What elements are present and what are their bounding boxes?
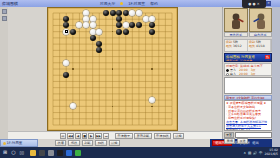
button-⏮[interactable]: ⏮ <box>60 133 66 139</box>
goban[interactable] <box>47 7 178 131</box>
board-controls: ⏮◀◀◀■▶▶▶⏭ 申请数子形势判断申请和棋认输 <box>8 131 222 139</box>
button-◀[interactable]: ◀ <box>75 133 80 139</box>
taskbar-left: ⊞ ○ ▯▯ <box>3 147 24 158</box>
white-player-name[interactable]: 白方棋手 <box>249 32 273 37</box>
black-stone <box>90 35 96 41</box>
room-tab-icon <box>3 142 6 145</box>
clock-date: 2021/6/5 <box>265 153 278 157</box>
black-player-card: 黑方棋手 <box>224 8 248 37</box>
player-cards: 黑方棋手 白方棋手 <box>224 8 272 37</box>
system-tray: ∧ ▤ 🔊 中 15:02 2021/6/5 <box>243 147 278 158</box>
white-stone <box>83 10 89 16</box>
white-byoyomi: 3次 <box>251 72 256 76</box>
button-认输[interactable]: 认输 <box>109 140 120 146</box>
file-explorer[interactable] <box>30 150 36 156</box>
black-stone <box>123 10 129 16</box>
move-list-panel[interactable] <box>224 77 272 94</box>
task-view-icon[interactable]: ▯▯ <box>20 147 24 158</box>
search-icon[interactable]: ○ <box>11 147 15 158</box>
game-action-buttons: 申请数子形势判断申请和棋认输 <box>115 133 184 139</box>
button-申请和棋[interactable]: 申请和棋 <box>154 133 172 139</box>
button-◀◀[interactable]: ◀◀ <box>67 133 75 139</box>
black-stone <box>116 29 122 35</box>
secondary-buttons: 棋谱悔棋判断和棋认输 <box>55 140 120 146</box>
move-navigation: ⏮◀◀◀■▶▶▶⏭ <box>60 133 109 139</box>
ime-indicator[interactable]: 中 <box>259 151 263 155</box>
taskbar: ⊞ ○ ▯▯ ∧ ▤ 🔊 中 15:02 2021/6/5 <box>0 147 280 158</box>
network-icon[interactable]: ▤ <box>248 151 251 155</box>
button-棋谱[interactable]: 棋谱 <box>55 140 66 146</box>
black-player-name[interactable]: 黑方棋手 <box>224 32 248 37</box>
tray-chevron-icon[interactable]: ∧ <box>243 151 246 155</box>
button-判断[interactable]: 判断 <box>82 140 93 146</box>
button-申请数子[interactable]: 申请数子 <box>115 133 133 139</box>
button-▶[interactable]: ▶ <box>88 133 93 139</box>
star-point <box>151 106 153 108</box>
menu-room[interactable]: 1F:对局室 <box>128 1 145 6</box>
menu-lobby[interactable]: 对局大厅 <box>100 1 115 6</box>
app-blue[interactable] <box>66 150 72 156</box>
close-button[interactable]: ✕ <box>266 1 271 6</box>
black-stone <box>123 29 129 35</box>
start-button[interactable]: ⊞ <box>3 147 7 158</box>
black-stone <box>149 29 155 35</box>
room-tab-label: 1F:对局室 <box>7 141 23 145</box>
button-⏭[interactable]: ⏭ <box>103 133 109 139</box>
ad-line2: 精彩好礼 等你来拿 <box>226 59 271 63</box>
room-tab[interactable]: 1F:对局室 <box>0 139 38 147</box>
game-status: 对局信息: 第48手 白方已下 黑方 20:00 3次 白方 20:00 3次 <box>224 63 272 76</box>
player-stats: 级别 5段 胜负 36/12 级别 5段 胜负 41/18 <box>224 39 272 52</box>
chat-buttons: 表情 发送 <box>224 138 248 144</box>
window-title: 弈城围棋 <box>2 1 18 6</box>
emote-button[interactable]: 表情 <box>224 138 235 144</box>
black-record-label: 胜负 <box>226 44 232 48</box>
titlebar: 弈城围棋 对局大厅 1F:对局室 帮助 — □ ✕ <box>0 0 280 7</box>
black-stone <box>110 10 116 16</box>
black-stone <box>103 10 109 16</box>
desktop-icon-rail <box>272 7 280 147</box>
menu-help[interactable]: 帮助 <box>150 1 158 6</box>
black-record: 36/12 <box>233 44 242 48</box>
chat-line: 当前观战人数: 1人 <box>226 129 270 131</box>
white-record-label: 胜负 <box>249 44 255 48</box>
app-black[interactable] <box>57 150 63 156</box>
black-stone <box>70 29 76 35</box>
chat-messages[interactable]: ★ 欢迎来到弈城围棋对局室 ★· 请各位棋友文明观战· 对局中请勿妨碍棋手思考·… <box>224 100 272 131</box>
taskbar-apps <box>30 150 81 156</box>
menu-bar: 对局大厅 1F:对局室 帮助 <box>100 0 158 7</box>
button-▶▶[interactable]: ▶▶ <box>95 133 103 139</box>
button-认输[interactable]: 认输 <box>173 133 184 139</box>
white-stone <box>90 29 96 35</box>
white-time: 20:00 <box>239 72 248 76</box>
speaker-icon[interactable]: 🔊 <box>253 151 257 155</box>
button-形势判断[interactable]: 形势判断 <box>134 133 152 139</box>
white-stone <box>90 16 96 22</box>
white-time-label: 白方 <box>230 72 236 76</box>
button-和棋[interactable]: 和棋 <box>95 140 106 146</box>
tool-icon[interactable] <box>2 16 7 21</box>
white-time-row: 白方 20:00 3次 <box>225 72 271 76</box>
sidebar: 黑方棋手 白方棋手 级别 5段 胜负 36/12 级别 5段 <box>222 7 272 139</box>
white-stone <box>96 29 102 35</box>
white-avatar <box>249 8 273 32</box>
clock[interactable]: 15:02 2021/6/5 <box>265 149 278 156</box>
tool-icon[interactable] <box>2 9 7 14</box>
star-point <box>151 68 153 70</box>
white-player-card: 白方棋手 <box>249 8 273 37</box>
white-stone <box>136 10 142 16</box>
app-dark[interactable] <box>39 150 45 156</box>
star-point <box>72 68 74 70</box>
ad-banner[interactable]: 弈城围棋 对局直播 精彩好礼 等你来拿 热 <box>224 53 272 62</box>
ad-badge: 热 <box>265 55 270 59</box>
white-stats: 级别 5段 胜负 41/18 <box>248 40 271 51</box>
black-stats: 级别 5段 胜负 36/12 <box>225 40 248 51</box>
navy-item-exit[interactable]: 退出 <box>252 141 259 145</box>
send-button[interactable]: 发送 <box>237 138 248 144</box>
black-stone-icon <box>226 69 229 72</box>
screen: 弈城围棋 对局大厅 1F:对局室 帮助 — □ ✕ ● ● ✕ ⏮◀◀◀■▶▶▶… <box>0 0 280 158</box>
white-stone <box>143 16 149 22</box>
room-status-icon <box>120 2 123 5</box>
black-avatar <box>224 8 248 32</box>
notification-popup[interactable]: ● ● ✕ <box>242 0 266 8</box>
app-gray[interactable] <box>48 150 54 156</box>
left-toolbar <box>0 7 8 139</box>
chat-input[interactable] <box>235 132 272 138</box>
white-record: 41/18 <box>256 44 265 48</box>
white-stone <box>63 29 69 35</box>
white-stone <box>63 60 69 66</box>
button-■[interactable]: ■ <box>82 133 88 139</box>
button-悔棋[interactable]: 悔棋 <box>68 140 79 146</box>
white-stone-icon <box>226 73 229 76</box>
app-green[interactable] <box>75 150 81 156</box>
